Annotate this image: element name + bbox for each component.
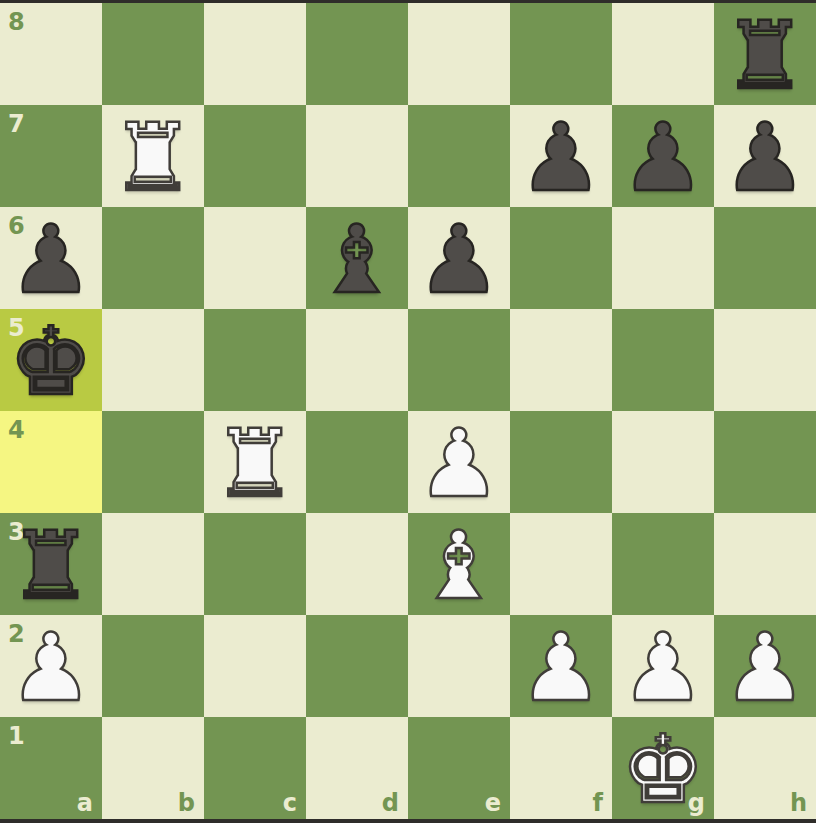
square-g3[interactable]	[612, 513, 714, 615]
square-b7[interactable]: ♜	[102, 105, 204, 207]
chess-board: 8♜7♜♟♟♟6♟♝♟5♚4♜♟3♜♝2♟♟♟♟1abcdefg♚h	[0, 3, 816, 819]
black-rook-a3[interactable]: ♜	[9, 515, 93, 617]
square-a3[interactable]: 3♜	[0, 513, 102, 615]
square-b5[interactable]	[102, 309, 204, 411]
square-b6[interactable]	[102, 207, 204, 309]
square-f2[interactable]: ♟	[510, 615, 612, 717]
square-d6[interactable]: ♝	[306, 207, 408, 309]
black-pawn-h7[interactable]: ♟	[723, 107, 807, 209]
square-e3[interactable]: ♝	[408, 513, 510, 615]
square-h7[interactable]: ♟	[714, 105, 816, 207]
square-b8[interactable]	[102, 3, 204, 105]
chess-app-background: 8♜7♜♟♟♟6♟♝♟5♚4♜♟3♜♝2♟♟♟♟1abcdefg♚h	[0, 0, 816, 823]
file-label-c: c	[283, 791, 297, 815]
square-h2[interactable]: ♟	[714, 615, 816, 717]
square-a1[interactable]: 1a	[0, 717, 102, 819]
square-a4[interactable]: 4	[0, 411, 102, 513]
white-rook-c4[interactable]: ♜	[213, 413, 297, 515]
white-pawn-h2[interactable]: ♟	[723, 617, 807, 719]
square-d5[interactable]	[306, 309, 408, 411]
square-d7[interactable]	[306, 105, 408, 207]
square-h5[interactable]	[714, 309, 816, 411]
square-g6[interactable]	[612, 207, 714, 309]
black-pawn-e6[interactable]: ♟	[417, 209, 501, 311]
black-pawn-a6[interactable]: ♟	[9, 209, 93, 311]
black-bishop-d6[interactable]: ♝	[315, 209, 399, 311]
file-label-a: a	[77, 791, 93, 815]
square-a7[interactable]: 7	[0, 105, 102, 207]
white-rook-b7[interactable]: ♜	[111, 107, 195, 209]
square-g8[interactable]	[612, 3, 714, 105]
file-label-e: e	[485, 791, 501, 815]
white-pawn-g2[interactable]: ♟	[621, 617, 705, 719]
rank-label-4: 4	[8, 418, 25, 442]
square-f7[interactable]: ♟	[510, 105, 612, 207]
square-f8[interactable]	[510, 3, 612, 105]
square-c8[interactable]	[204, 3, 306, 105]
rank-label-7: 7	[8, 112, 25, 136]
white-pawn-a2[interactable]: ♟	[9, 617, 93, 719]
square-h3[interactable]	[714, 513, 816, 615]
square-c3[interactable]	[204, 513, 306, 615]
square-c6[interactable]	[204, 207, 306, 309]
square-d1[interactable]: d	[306, 717, 408, 819]
square-d2[interactable]	[306, 615, 408, 717]
square-e5[interactable]	[408, 309, 510, 411]
square-a2[interactable]: 2♟	[0, 615, 102, 717]
file-label-h: h	[790, 791, 807, 815]
white-king-g1[interactable]: ♚	[621, 719, 705, 821]
square-d4[interactable]	[306, 411, 408, 513]
square-h8[interactable]: ♜	[714, 3, 816, 105]
square-d3[interactable]	[306, 513, 408, 615]
square-g4[interactable]	[612, 411, 714, 513]
square-c4[interactable]: ♜	[204, 411, 306, 513]
square-h4[interactable]	[714, 411, 816, 513]
square-b1[interactable]: b	[102, 717, 204, 819]
square-f1[interactable]: f	[510, 717, 612, 819]
file-label-b: b	[178, 791, 195, 815]
square-e8[interactable]	[408, 3, 510, 105]
square-h1[interactable]: h	[714, 717, 816, 819]
square-a8[interactable]: 8	[0, 3, 102, 105]
white-pawn-f2[interactable]: ♟	[519, 617, 603, 719]
square-f4[interactable]	[510, 411, 612, 513]
file-label-d: d	[382, 791, 399, 815]
square-c7[interactable]	[204, 105, 306, 207]
black-pawn-g7[interactable]: ♟	[621, 107, 705, 209]
square-b4[interactable]	[102, 411, 204, 513]
file-label-f: f	[593, 791, 603, 815]
square-e7[interactable]	[408, 105, 510, 207]
square-g1[interactable]: g♚	[612, 717, 714, 819]
square-g7[interactable]: ♟	[612, 105, 714, 207]
square-c2[interactable]	[204, 615, 306, 717]
square-e2[interactable]	[408, 615, 510, 717]
square-f3[interactable]	[510, 513, 612, 615]
square-a6[interactable]: 6♟	[0, 207, 102, 309]
square-g2[interactable]: ♟	[612, 615, 714, 717]
rank-label-1: 1	[8, 724, 25, 748]
black-king-a5[interactable]: ♚	[9, 311, 93, 413]
square-b2[interactable]	[102, 615, 204, 717]
square-b3[interactable]	[102, 513, 204, 615]
white-pawn-e4[interactable]: ♟	[417, 413, 501, 515]
square-f6[interactable]	[510, 207, 612, 309]
square-e4[interactable]: ♟	[408, 411, 510, 513]
square-f5[interactable]	[510, 309, 612, 411]
rank-label-8: 8	[8, 10, 25, 34]
square-c1[interactable]: c	[204, 717, 306, 819]
square-g5[interactable]	[612, 309, 714, 411]
square-e1[interactable]: e	[408, 717, 510, 819]
square-d8[interactable]	[306, 3, 408, 105]
square-a5[interactable]: 5♚	[0, 309, 102, 411]
square-e6[interactable]: ♟	[408, 207, 510, 309]
black-rook-h8[interactable]: ♜	[723, 5, 807, 107]
white-bishop-e3[interactable]: ♝	[417, 515, 501, 617]
square-h6[interactable]	[714, 207, 816, 309]
square-c5[interactable]	[204, 309, 306, 411]
black-pawn-f7[interactable]: ♟	[519, 107, 603, 209]
